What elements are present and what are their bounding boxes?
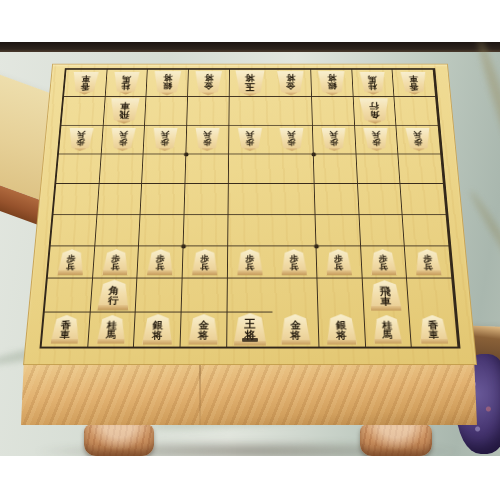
square-8b: 飛車: [103, 97, 146, 125]
piece-front-edge: [189, 340, 218, 345]
square-7a: 銀将: [147, 70, 189, 97]
scene-photo: 香車桂馬銀将金将玉将金将銀将桂馬香車飛車角行歩兵歩兵歩兵歩兵歩兵歩兵歩兵歩兵歩兵…: [0, 42, 500, 456]
shogi-board: 香車桂馬銀将金将玉将金将銀将桂馬香車飛車角行歩兵歩兵歩兵歩兵歩兵歩兵歩兵歩兵歩兵…: [23, 64, 477, 365]
piece-kanji: 桂馬: [382, 321, 393, 341]
piece-pawn-gote[interactable]: 歩兵: [109, 128, 137, 151]
square-6e: [184, 184, 228, 215]
piece-front-edge: [281, 340, 310, 345]
square-3i: 銀将: [318, 312, 365, 346]
piece-kanji: 銀将: [163, 74, 173, 90]
square-7i: 銀将: [134, 312, 181, 346]
piece-lance-gote[interactable]: 香車: [71, 72, 100, 95]
square-9i: 香車: [42, 312, 91, 346]
piece-kanji: 歩兵: [246, 130, 255, 146]
square-6h: [182, 279, 228, 312]
square-6f: [184, 215, 229, 247]
square-3e: [315, 184, 360, 215]
piece-pawn-gote[interactable]: 歩兵: [278, 128, 305, 151]
square-3g: 歩兵: [316, 246, 362, 278]
piece-lance-gote[interactable]: 香車: [399, 72, 428, 95]
piece-kanji: 歩兵: [287, 130, 296, 146]
square-8f: [95, 215, 141, 247]
square-6d: [185, 154, 228, 184]
piece-front-edge: [416, 271, 441, 276]
piece-front-edge: [143, 340, 172, 345]
square-9a: 香車: [64, 70, 107, 97]
piece-front-edge: [245, 148, 256, 151]
piece-gold-general-sente[interactable]: 金将: [279, 314, 312, 344]
piece-front-edge: [159, 148, 170, 151]
square-4i: 金将: [273, 312, 320, 346]
square-9g: 歩兵: [48, 246, 95, 278]
piece-kanji: 香車: [409, 74, 419, 90]
square-2d: [356, 154, 401, 184]
square-4c: 歩兵: [271, 125, 314, 154]
piece-front-edge: [371, 148, 382, 151]
piece-pawn-gote[interactable]: 歩兵: [404, 128, 432, 151]
piece-front-edge: [118, 121, 131, 124]
square-9h: [45, 279, 93, 312]
piece-front-edge: [117, 148, 128, 151]
piece-front-edge: [409, 91, 420, 94]
piece-kanji: 歩兵: [413, 130, 423, 146]
piece-lance-sente[interactable]: 香車: [417, 315, 450, 343]
piece-kanji: 飛車: [119, 101, 130, 119]
piece-kanji: 飛車: [379, 286, 391, 307]
piece-front-edge: [98, 306, 128, 311]
piece-front-edge: [282, 271, 307, 276]
square-6i: 金将: [181, 312, 228, 346]
square-1c: 歩兵: [397, 125, 441, 154]
piece-silver-general-gote[interactable]: 銀将: [317, 71, 347, 95]
square-5g: 歩兵: [228, 246, 273, 278]
square-3f: [316, 215, 361, 247]
piece-kanji: 金将: [198, 320, 209, 341]
square-2b: 角行: [353, 97, 396, 125]
piece-front-edge: [147, 271, 172, 276]
piece-front-edge: [414, 148, 425, 151]
piece-silver-general-gote[interactable]: 銀将: [152, 71, 182, 95]
marble-vein: [473, 42, 500, 201]
square-7e: [141, 184, 186, 215]
table-leg-left: [84, 424, 154, 456]
square-5f: [228, 215, 272, 247]
piece-kanji: 金将: [204, 74, 214, 90]
square-8c: 歩兵: [101, 125, 145, 154]
square-2c: 歩兵: [355, 125, 399, 154]
piece-pawn-sente[interactable]: 歩兵: [191, 249, 219, 275]
square-4a: 金将: [270, 70, 312, 97]
piece-pawn-gote[interactable]: 歩兵: [152, 128, 179, 151]
square-5d: [228, 154, 271, 184]
square-9b: [61, 97, 105, 125]
piece-front-edge: [120, 91, 131, 94]
piece-front-edge: [51, 339, 78, 344]
piece-pawn-sente[interactable]: 歩兵: [369, 249, 398, 275]
piece-kanji: 歩兵: [329, 130, 338, 146]
piece-silver-general-sente[interactable]: 銀将: [325, 314, 359, 344]
square-1h: [407, 279, 455, 312]
square-1d: [399, 154, 444, 184]
square-4d: [271, 154, 314, 184]
square-6g: 歩兵: [183, 246, 228, 278]
square-7c: 歩兵: [144, 125, 187, 154]
piece-pawn-gote[interactable]: 歩兵: [362, 128, 390, 151]
piece-knight-sente[interactable]: 桂馬: [371, 315, 403, 343]
piece-pawn-sente[interactable]: 歩兵: [280, 249, 308, 275]
piece-pawn-gote[interactable]: 歩兵: [194, 128, 221, 151]
piece-pawn-sente[interactable]: 歩兵: [236, 249, 264, 275]
piece-kanji: 香車: [60, 321, 71, 341]
square-9c: 歩兵: [59, 125, 103, 154]
piece-pawn-gote[interactable]: 歩兵: [67, 128, 95, 151]
board-side-face: [21, 364, 477, 425]
square-8g: 歩兵: [93, 246, 140, 278]
square-3h: [317, 279, 364, 312]
square-9f: [51, 215, 97, 247]
square-1e: [401, 184, 447, 215]
square-2a: 桂馬: [352, 70, 395, 97]
piece-kanji: 金将: [286, 74, 296, 90]
piece-front-edge: [75, 148, 86, 151]
square-5i: 王将: [227, 312, 273, 346]
piece-gold-general-gote[interactable]: 金将: [194, 71, 224, 95]
piece-rook-sente[interactable]: 飛車: [368, 280, 404, 310]
piece-front-edge: [371, 306, 401, 311]
piece-front-edge: [327, 340, 356, 345]
piece-kanji: 歩兵: [203, 130, 212, 146]
piece-kanji: 香車: [428, 321, 439, 341]
square-3a: 銀将: [311, 70, 353, 97]
square-5h: [227, 279, 273, 312]
square-9d: [56, 154, 101, 184]
square-4f: [272, 215, 317, 247]
piece-knight-gote[interactable]: 桂馬: [358, 72, 387, 95]
piece-front-edge: [97, 339, 124, 344]
square-1g: 歩兵: [405, 246, 452, 278]
square-1i: 香車: [410, 312, 459, 346]
piece-front-edge: [329, 148, 340, 151]
square-2g: 歩兵: [361, 246, 408, 278]
piece-kanji: 玉将: [245, 73, 255, 91]
square-5b: [229, 97, 271, 125]
piece-kanji: 桂馬: [106, 321, 117, 341]
square-3c: 歩兵: [313, 125, 356, 154]
square-4h: [272, 279, 318, 312]
piece-front-edge: [368, 91, 379, 94]
piece-pawn-sente[interactable]: 歩兵: [413, 249, 443, 275]
marble-vein: [467, 189, 500, 303]
square-1a: 香車: [393, 70, 436, 97]
piece-front-edge: [421, 339, 448, 344]
piece-pawn-sente[interactable]: 歩兵: [56, 249, 86, 275]
piece-lance-sente[interactable]: 香車: [49, 315, 82, 343]
square-8e: [97, 184, 142, 215]
piece-front-edge: [369, 121, 382, 124]
background-shelf-edge: [0, 42, 500, 52]
piece-bishop-gote[interactable]: 角行: [358, 98, 391, 124]
square-3d: [314, 154, 358, 184]
piece-rook-gote[interactable]: 飛車: [108, 98, 141, 124]
square-7d: [142, 154, 186, 184]
square-6c: 歩兵: [186, 125, 229, 154]
piece-pawn-gote[interactable]: 歩兵: [320, 128, 347, 151]
piece-king-sente[interactable]: 王将: [232, 313, 268, 345]
square-4g: 歩兵: [272, 246, 317, 278]
square-2i: 桂馬: [364, 312, 412, 346]
piece-bishop-sente[interactable]: 角行: [96, 280, 132, 310]
piece-front-edge: [79, 91, 90, 94]
maker-seal: [242, 338, 258, 342]
square-2e: [358, 184, 403, 215]
piece-front-edge: [326, 92, 338, 95]
square-9e: [53, 184, 99, 215]
square-5e: [228, 184, 272, 215]
piece-pawn-sente[interactable]: 歩兵: [146, 249, 175, 275]
square-6b: [187, 97, 229, 125]
piece-kanji: 桂馬: [368, 74, 378, 90]
square-8a: 桂馬: [105, 70, 148, 97]
shogi-photo-page: { "game": "shogi", "caption": "Wooden ta…: [0, 0, 500, 500]
wood-seam: [199, 364, 201, 425]
piece-front-edge: [161, 92, 173, 95]
piece-silver-general-sente[interactable]: 銀将: [141, 314, 175, 344]
piece-front-edge: [192, 271, 217, 276]
piece-front-edge: [327, 271, 352, 276]
piece-kanji: 歩兵: [371, 130, 381, 146]
square-4e: [272, 184, 316, 215]
square-8h: 角行: [90, 279, 137, 312]
piece-front-edge: [372, 271, 397, 276]
square-8d: [99, 154, 144, 184]
piece-front-edge: [238, 271, 263, 276]
square-8i: 桂馬: [88, 312, 136, 346]
square-7f: [139, 215, 184, 247]
square-5a: 玉将: [229, 70, 270, 97]
square-2h: 飛車: [362, 279, 409, 312]
square-7b: [145, 97, 188, 125]
piece-kanji: 桂馬: [122, 74, 132, 90]
piece-knight-sente[interactable]: 桂馬: [95, 315, 127, 343]
piece-front-edge: [244, 93, 257, 96]
square-2f: [359, 215, 405, 247]
square-7g: 歩兵: [138, 246, 184, 278]
shogi-grid: 香車桂馬銀将金将玉将金将銀将桂馬香車飛車角行歩兵歩兵歩兵歩兵歩兵歩兵歩兵歩兵歩兵…: [39, 68, 460, 348]
piece-front-edge: [285, 92, 297, 95]
piece-kanji: 銀将: [327, 74, 337, 90]
piece-kanji: 銀将: [152, 320, 163, 341]
piece-kanji: 金将: [290, 320, 301, 341]
piece-front-edge: [202, 148, 213, 151]
square-4b: [271, 97, 313, 125]
table-leg-right: [360, 424, 432, 456]
piece-pawn-sente[interactable]: 歩兵: [324, 249, 353, 275]
piece-front-edge: [374, 339, 401, 344]
piece-kanji: 香車: [80, 74, 90, 90]
piece-gold-general-sente[interactable]: 金将: [187, 314, 220, 344]
piece-pawn-gote[interactable]: 歩兵: [237, 128, 263, 151]
piece-kanji: 角行: [369, 101, 380, 119]
piece-gold-general-gote[interactable]: 金将: [276, 71, 306, 95]
piece-front-edge: [58, 271, 83, 276]
piece-pawn-sente[interactable]: 歩兵: [101, 249, 130, 275]
piece-front-edge: [103, 271, 128, 276]
square-1b: [395, 97, 439, 125]
square-7h: [136, 279, 183, 312]
piece-knight-gote[interactable]: 桂馬: [112, 72, 141, 95]
piece-kanji: 角行: [108, 286, 120, 307]
piece-kanji: 歩兵: [161, 130, 170, 146]
square-6a: 金将: [188, 70, 230, 97]
square-5c: 歩兵: [229, 125, 271, 154]
piece-front-edge: [287, 148, 298, 151]
piece-king-gote[interactable]: 玉将: [234, 70, 266, 96]
piece-kanji: 歩兵: [76, 130, 86, 146]
square-3b: [312, 97, 355, 125]
piece-kanji: 歩兵: [118, 130, 128, 146]
piece-front-edge: [202, 92, 214, 95]
square-1f: [403, 215, 450, 247]
piece-kanji: 銀将: [336, 320, 347, 341]
